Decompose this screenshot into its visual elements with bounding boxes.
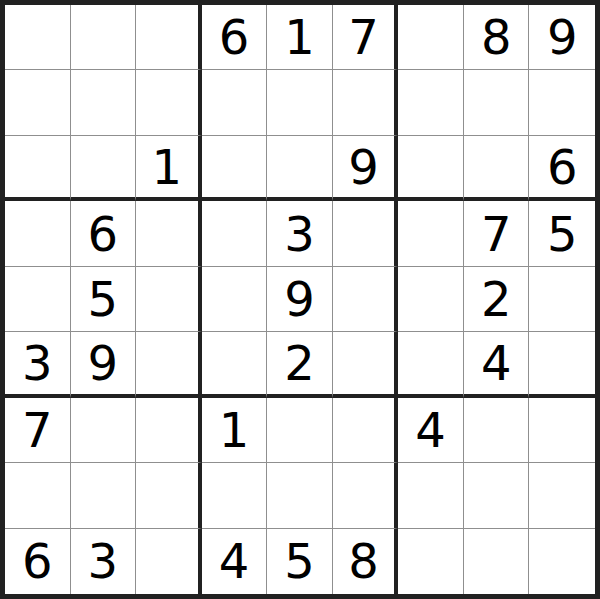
cell-r9c7[interactable] xyxy=(398,529,464,594)
cell-r2c8[interactable] xyxy=(464,70,530,135)
cell-r8c4[interactable] xyxy=(202,463,268,528)
cell-r7c9[interactable] xyxy=(529,398,595,463)
cell-r9c6[interactable]: 8 xyxy=(333,529,399,594)
cell-r7c2[interactable] xyxy=(71,398,137,463)
cell-r2c3[interactable] xyxy=(136,70,202,135)
cell-r9c2[interactable]: 3 xyxy=(71,529,137,594)
cell-r4c5[interactable]: 3 xyxy=(267,201,333,266)
cell-r2c7[interactable] xyxy=(398,70,464,135)
cell-r8c3[interactable] xyxy=(136,463,202,528)
cell-r5c1[interactable] xyxy=(5,267,71,332)
cell-r5c2[interactable]: 5 xyxy=(71,267,137,332)
cell-r7c7[interactable]: 4 xyxy=(398,398,464,463)
cell-r4c4[interactable] xyxy=(202,201,268,266)
cell-r2c1[interactable] xyxy=(5,70,71,135)
cell-r6c3[interactable] xyxy=(136,332,202,397)
cell-r2c6[interactable] xyxy=(333,70,399,135)
cell-r9c5[interactable]: 5 xyxy=(267,529,333,594)
cell-r6c4[interactable] xyxy=(202,332,268,397)
cell-r3c2[interactable] xyxy=(71,136,137,201)
cell-r3c9[interactable]: 6 xyxy=(529,136,595,201)
cell-r1c7[interactable] xyxy=(398,5,464,70)
cell-r8c8[interactable] xyxy=(464,463,530,528)
cell-r3c5[interactable] xyxy=(267,136,333,201)
cell-r6c6[interactable] xyxy=(333,332,399,397)
cell-r6c7[interactable] xyxy=(398,332,464,397)
cell-r4c1[interactable] xyxy=(5,201,71,266)
cell-r8c7[interactable] xyxy=(398,463,464,528)
cell-r8c5[interactable] xyxy=(267,463,333,528)
cell-r7c8[interactable] xyxy=(464,398,530,463)
cell-r3c1[interactable] xyxy=(5,136,71,201)
cell-r1c1[interactable] xyxy=(5,5,71,70)
cell-r1c6[interactable]: 7 xyxy=(333,5,399,70)
cell-r2c9[interactable] xyxy=(529,70,595,135)
cell-r4c7[interactable] xyxy=(398,201,464,266)
cell-r2c4[interactable] xyxy=(202,70,268,135)
cell-r8c1[interactable] xyxy=(5,463,71,528)
cell-r3c4[interactable] xyxy=(202,136,268,201)
cell-r1c2[interactable] xyxy=(71,5,137,70)
cell-r7c4[interactable]: 1 xyxy=(202,398,268,463)
cell-r1c4[interactable]: 6 xyxy=(202,5,268,70)
cell-r9c8[interactable] xyxy=(464,529,530,594)
cell-r4c8[interactable]: 7 xyxy=(464,201,530,266)
cell-r5c3[interactable] xyxy=(136,267,202,332)
cell-r4c6[interactable] xyxy=(333,201,399,266)
cell-r3c6[interactable]: 9 xyxy=(333,136,399,201)
cell-r5c9[interactable] xyxy=(529,267,595,332)
cell-r8c2[interactable] xyxy=(71,463,137,528)
cell-r1c3[interactable] xyxy=(136,5,202,70)
cell-r2c2[interactable] xyxy=(71,70,137,135)
cell-r6c5[interactable]: 2 xyxy=(267,332,333,397)
cell-r5c4[interactable] xyxy=(202,267,268,332)
cell-r7c5[interactable] xyxy=(267,398,333,463)
cell-r2c5[interactable] xyxy=(267,70,333,135)
cell-r9c3[interactable] xyxy=(136,529,202,594)
cell-r9c4[interactable]: 4 xyxy=(202,529,268,594)
cell-r5c5[interactable]: 9 xyxy=(267,267,333,332)
cell-r6c8[interactable]: 4 xyxy=(464,332,530,397)
cell-r5c8[interactable]: 2 xyxy=(464,267,530,332)
cell-r9c9[interactable] xyxy=(529,529,595,594)
cell-r6c2[interactable]: 9 xyxy=(71,332,137,397)
cell-r5c7[interactable] xyxy=(398,267,464,332)
cell-r4c2[interactable]: 6 xyxy=(71,201,137,266)
cell-r6c9[interactable] xyxy=(529,332,595,397)
cell-r7c6[interactable] xyxy=(333,398,399,463)
cell-r3c3[interactable]: 1 xyxy=(136,136,202,201)
cell-r1c9[interactable]: 9 xyxy=(529,5,595,70)
cell-r7c1[interactable]: 7 xyxy=(5,398,71,463)
cell-r1c5[interactable]: 1 xyxy=(267,5,333,70)
cell-r5c6[interactable] xyxy=(333,267,399,332)
cell-r3c7[interactable] xyxy=(398,136,464,201)
cell-r8c6[interactable] xyxy=(333,463,399,528)
cell-r7c3[interactable] xyxy=(136,398,202,463)
cell-r9c1[interactable]: 6 xyxy=(5,529,71,594)
sudoku-board: 617891966375592392471463458 xyxy=(0,0,600,599)
cell-r1c8[interactable]: 8 xyxy=(464,5,530,70)
cell-r8c9[interactable] xyxy=(529,463,595,528)
cell-r4c3[interactable] xyxy=(136,201,202,266)
cell-r3c8[interactable] xyxy=(464,136,530,201)
cell-r4c9[interactable]: 5 xyxy=(529,201,595,266)
cell-r6c1[interactable]: 3 xyxy=(5,332,71,397)
